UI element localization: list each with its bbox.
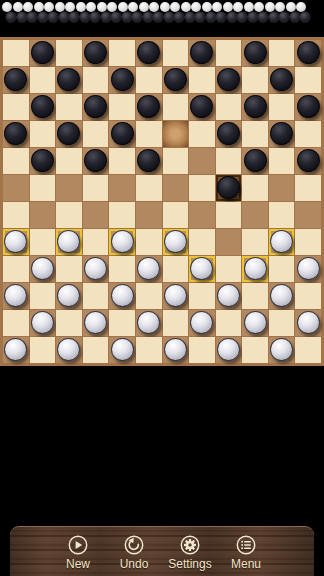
black-man-piece[interactable]: [244, 95, 267, 118]
black-tray-disc: [111, 12, 121, 22]
white-man-piece[interactable]: [217, 338, 240, 361]
square-r1c12[interactable]: [295, 40, 321, 66]
white-tray-disc: [128, 2, 138, 12]
black-man-piece[interactable]: [217, 176, 240, 199]
square-r4c3[interactable]: [56, 121, 82, 147]
white-man-piece[interactable]: [57, 284, 80, 307]
play-icon: [67, 534, 89, 556]
black-man-piece[interactable]: [297, 41, 320, 64]
undo-button[interactable]: Undo: [109, 530, 159, 574]
square-r8c10: [242, 229, 268, 255]
white-man-piece[interactable]: [297, 257, 320, 280]
new-game-button[interactable]: New: [53, 530, 103, 574]
white-tray-disc: [13, 2, 23, 12]
square-r10c9[interactable]: [216, 283, 242, 309]
black-man-piece[interactable]: [111, 122, 134, 145]
square-r6c3[interactable]: [56, 175, 82, 201]
square-r4c11[interactable]: [269, 121, 295, 147]
undo-label: Undo: [120, 558, 149, 570]
square-r7c8[interactable]: [189, 202, 215, 228]
white-tray-disc: [181, 2, 191, 12]
square-r9c10[interactable]: [242, 256, 268, 282]
white-tray-disc: [244, 2, 254, 12]
square-r2c12: [295, 67, 321, 93]
black-tray-disc: [132, 12, 142, 22]
square-r8c6: [136, 229, 162, 255]
square-r4c8: [189, 121, 215, 147]
square-r2c2: [30, 67, 56, 93]
white-man-piece[interactable]: [84, 257, 107, 280]
square-r2c7[interactable]: [163, 67, 189, 93]
square-r11c8[interactable]: [189, 310, 215, 336]
menu-label: Menu: [231, 558, 261, 570]
white-man-piece[interactable]: [164, 338, 187, 361]
square-r7c4[interactable]: [83, 202, 109, 228]
white-tray-disc: [170, 2, 180, 12]
square-r9c1: [3, 256, 29, 282]
black-tray-disc: [101, 12, 111, 22]
black-tray-disc: [227, 12, 237, 22]
square-r1c4[interactable]: [83, 40, 109, 66]
square-r6c10: [242, 175, 268, 201]
white-man-piece[interactable]: [270, 230, 293, 253]
white-man-piece[interactable]: [217, 284, 240, 307]
white-tray-disc: [286, 2, 296, 12]
square-r9c11: [269, 256, 295, 282]
square-r9c6[interactable]: [136, 256, 162, 282]
square-r5c11: [269, 148, 295, 174]
square-r7c1: [3, 202, 29, 228]
square-r12c1[interactable]: [3, 337, 29, 363]
black-tray-disc: [164, 12, 174, 22]
square-r8c7[interactable]: [163, 229, 189, 255]
square-r2c3[interactable]: [56, 67, 82, 93]
white-man-piece[interactable]: [297, 311, 320, 334]
white-tray-disc: [2, 2, 12, 12]
square-r6c1[interactable]: [3, 175, 29, 201]
white-tray-disc: [265, 2, 275, 12]
black-man-piece[interactable]: [31, 41, 54, 64]
black-man-piece[interactable]: [217, 122, 240, 145]
square-r8c8: [189, 229, 215, 255]
white-man-piece[interactable]: [111, 284, 134, 307]
black-man-piece[interactable]: [137, 41, 160, 64]
square-r8c9[interactable]: [216, 229, 242, 255]
square-r3c1: [3, 94, 29, 120]
square-r11c2[interactable]: [30, 310, 56, 336]
white-man-piece[interactable]: [57, 230, 80, 253]
square-r12c8: [189, 337, 215, 363]
square-r5c8[interactable]: [189, 148, 215, 174]
square-r12c5[interactable]: [109, 337, 135, 363]
square-r10c10: [242, 283, 268, 309]
square-r1c9: [216, 40, 242, 66]
square-r5c5: [109, 148, 135, 174]
black-tray-disc: [143, 12, 153, 22]
white-tray-disc: [97, 2, 107, 12]
square-r9c8[interactable]: [189, 256, 215, 282]
white-tray-disc: [107, 2, 117, 12]
black-tray-disc: [237, 12, 247, 22]
square-r2c11[interactable]: [269, 67, 295, 93]
square-r7c7: [163, 202, 189, 228]
square-r1c6[interactable]: [136, 40, 162, 66]
square-r4c9[interactable]: [216, 121, 242, 147]
square-r7c5: [109, 202, 135, 228]
square-r2c1[interactable]: [3, 67, 29, 93]
square-r5c7: [163, 148, 189, 174]
black-man-piece[interactable]: [57, 68, 80, 91]
white-man-piece[interactable]: [84, 311, 107, 334]
black-tray-disc: [59, 12, 69, 22]
white-tray-disc: [191, 2, 201, 12]
white-man-piece[interactable]: [137, 257, 160, 280]
white-tray-disc: [55, 2, 65, 12]
square-r10c4: [83, 283, 109, 309]
settings-label: Settings: [168, 558, 211, 570]
square-r3c12[interactable]: [295, 94, 321, 120]
square-r10c2: [30, 283, 56, 309]
square-r3c10[interactable]: [242, 94, 268, 120]
square-r11c7: [163, 310, 189, 336]
black-man-piece[interactable]: [137, 95, 160, 118]
square-r11c12[interactable]: [295, 310, 321, 336]
square-r10c7[interactable]: [163, 283, 189, 309]
square-r8c11[interactable]: [269, 229, 295, 255]
menu-list-icon: [235, 534, 257, 556]
white-man-piece[interactable]: [137, 311, 160, 334]
square-r12c3[interactable]: [56, 337, 82, 363]
square-r11c5: [109, 310, 135, 336]
black-man-piece[interactable]: [190, 41, 213, 64]
square-r4c7[interactable]: [163, 121, 189, 147]
white-man-piece[interactable]: [4, 284, 27, 307]
square-r11c6[interactable]: [136, 310, 162, 336]
white-man-piece[interactable]: [244, 311, 267, 334]
black-tray-disc: [38, 12, 48, 22]
black-man-piece[interactable]: [244, 41, 267, 64]
square-r1c10[interactable]: [242, 40, 268, 66]
square-r8c12: [295, 229, 321, 255]
square-r3c6[interactable]: [136, 94, 162, 120]
settings-button[interactable]: Settings: [165, 530, 215, 574]
square-r6c5[interactable]: [109, 175, 135, 201]
black-man-piece[interactable]: [217, 68, 240, 91]
black-man-piece[interactable]: [244, 149, 267, 172]
black-man-piece[interactable]: [270, 68, 293, 91]
square-r7c2[interactable]: [30, 202, 56, 228]
white-man-piece[interactable]: [270, 284, 293, 307]
square-r4c6: [136, 121, 162, 147]
black-man-piece[interactable]: [84, 41, 107, 64]
square-r12c2: [30, 337, 56, 363]
white-man-piece[interactable]: [57, 338, 80, 361]
black-man-piece[interactable]: [84, 149, 107, 172]
black-tray-disc: [185, 12, 195, 22]
white-man-piece[interactable]: [4, 338, 27, 361]
white-tray-disc: [254, 2, 264, 12]
black-man-piece[interactable]: [84, 95, 107, 118]
square-r8c3[interactable]: [56, 229, 82, 255]
square-r6c2: [30, 175, 56, 201]
black-tray-disc: [269, 12, 279, 22]
square-r5c2[interactable]: [30, 148, 56, 174]
black-man-piece[interactable]: [297, 149, 320, 172]
black-tray-disc: [258, 12, 268, 22]
square-r5c4[interactable]: [83, 148, 109, 174]
square-r7c11: [269, 202, 295, 228]
white-tray-disc: [118, 2, 128, 12]
white-tray-disc: [65, 2, 75, 12]
square-r3c8[interactable]: [189, 94, 215, 120]
white-man-piece[interactable]: [244, 257, 267, 280]
square-r5c10[interactable]: [242, 148, 268, 174]
square-r9c5: [109, 256, 135, 282]
black-tray-disc: [195, 12, 205, 22]
black-tray-disc: [6, 12, 16, 22]
square-r1c3: [56, 40, 82, 66]
square-r10c11[interactable]: [269, 283, 295, 309]
square-r2c9[interactable]: [216, 67, 242, 93]
square-r3c5: [109, 94, 135, 120]
square-r4c10: [242, 121, 268, 147]
square-r6c6: [136, 175, 162, 201]
white-tray-disc: [223, 2, 233, 12]
square-r9c4[interactable]: [83, 256, 109, 282]
white-tray-disc: [149, 2, 159, 12]
square-r12c7[interactable]: [163, 337, 189, 363]
black-tray-disc: [248, 12, 258, 22]
app-screen: New Undo: [0, 0, 324, 576]
white-man-piece[interactable]: [4, 230, 27, 253]
black-man-piece[interactable]: [57, 122, 80, 145]
black-tray-disc: [80, 12, 90, 22]
square-r6c12: [295, 175, 321, 201]
square-r2c4: [83, 67, 109, 93]
white-man-piece[interactable]: [190, 311, 213, 334]
white-man-piece[interactable]: [111, 230, 134, 253]
black-tray-disc: [206, 12, 216, 22]
white-man-piece[interactable]: [190, 257, 213, 280]
square-r4c1[interactable]: [3, 121, 29, 147]
white-tray-disc: [139, 2, 149, 12]
white-man-piece[interactable]: [31, 257, 54, 280]
black-tray-disc: [216, 12, 226, 22]
white-tray-disc: [202, 2, 212, 12]
black-man-piece[interactable]: [190, 95, 213, 118]
square-r8c4: [83, 229, 109, 255]
black-man-piece[interactable]: [111, 68, 134, 91]
white-man-piece[interactable]: [111, 338, 134, 361]
black-man-piece[interactable]: [164, 68, 187, 91]
square-r1c1: [3, 40, 29, 66]
square-r10c6: [136, 283, 162, 309]
white-tray-disc: [296, 2, 306, 12]
square-r10c12: [295, 283, 321, 309]
new-game-label: New: [66, 558, 90, 570]
black-man-piece[interactable]: [31, 149, 54, 172]
square-r11c10[interactable]: [242, 310, 268, 336]
square-r12c12: [295, 337, 321, 363]
square-r10c5[interactable]: [109, 283, 135, 309]
square-r7c6[interactable]: [136, 202, 162, 228]
white-tray-disc: [23, 2, 33, 12]
gear-icon: [179, 534, 201, 556]
square-r6c9[interactable]: [216, 175, 242, 201]
black-man-piece[interactable]: [31, 95, 54, 118]
square-r12c4: [83, 337, 109, 363]
square-r1c8[interactable]: [189, 40, 215, 66]
white-man-piece[interactable]: [164, 284, 187, 307]
white-man-piece[interactable]: [164, 230, 187, 253]
square-r2c5[interactable]: [109, 67, 135, 93]
square-r4c2: [30, 121, 56, 147]
square-r8c2: [30, 229, 56, 255]
white-tray-disc: [275, 2, 285, 12]
black-pieces-tray: [6, 12, 310, 22]
square-r4c12: [295, 121, 321, 147]
square-r6c4: [83, 175, 109, 201]
square-r1c11: [269, 40, 295, 66]
square-r7c12[interactable]: [295, 202, 321, 228]
square-r5c1: [3, 148, 29, 174]
white-tray-disc: [76, 2, 86, 12]
square-r9c3: [56, 256, 82, 282]
black-tray-disc: [290, 12, 300, 22]
square-r3c2[interactable]: [30, 94, 56, 120]
bottom-toolbar: New Undo: [10, 526, 314, 576]
square-r7c3: [56, 202, 82, 228]
square-r11c1: [3, 310, 29, 336]
square-r9c12[interactable]: [295, 256, 321, 282]
square-r4c5[interactable]: [109, 121, 135, 147]
black-tray-disc: [17, 12, 27, 22]
black-tray-disc: [300, 12, 310, 22]
square-r9c9: [216, 256, 242, 282]
square-r5c12[interactable]: [295, 148, 321, 174]
white-tray-disc: [86, 2, 96, 12]
square-r6c8: [189, 175, 215, 201]
white-tray-disc: [160, 2, 170, 12]
black-tray-disc: [69, 12, 79, 22]
menu-button[interactable]: Menu: [221, 530, 271, 574]
checkers-board[interactable]: [0, 37, 324, 366]
black-tray-disc: [174, 12, 184, 22]
black-man-piece[interactable]: [4, 122, 27, 145]
square-r11c9: [216, 310, 242, 336]
square-r5c3: [56, 148, 82, 174]
black-tray-disc: [90, 12, 100, 22]
square-r11c3: [56, 310, 82, 336]
square-r3c11: [269, 94, 295, 120]
undo-icon: [123, 534, 145, 556]
square-r12c9[interactable]: [216, 337, 242, 363]
white-tray-disc: [233, 2, 243, 12]
square-r12c6: [136, 337, 162, 363]
square-r3c3: [56, 94, 82, 120]
square-r10c1[interactable]: [3, 283, 29, 309]
square-r5c6[interactable]: [136, 148, 162, 174]
square-r7c9: [216, 202, 242, 228]
square-r3c9: [216, 94, 242, 120]
white-pieces-tray: [2, 2, 306, 12]
square-r2c8: [189, 67, 215, 93]
square-r4c4: [83, 121, 109, 147]
square-r7c10[interactable]: [242, 202, 268, 228]
square-r11c11: [269, 310, 295, 336]
black-tray-disc: [122, 12, 132, 22]
square-r6c7[interactable]: [163, 175, 189, 201]
black-man-piece[interactable]: [137, 149, 160, 172]
black-man-piece[interactable]: [297, 95, 320, 118]
black-tray-disc: [279, 12, 289, 22]
black-man-piece[interactable]: [4, 68, 27, 91]
square-r3c7: [163, 94, 189, 120]
black-tray-disc: [48, 12, 58, 22]
black-tray-disc: [27, 12, 37, 22]
square-r1c5: [109, 40, 135, 66]
white-tray-disc: [212, 2, 222, 12]
square-r8c1[interactable]: [3, 229, 29, 255]
white-tray-disc: [44, 2, 54, 12]
square-r1c7: [163, 40, 189, 66]
square-r10c3[interactable]: [56, 283, 82, 309]
square-r9c2[interactable]: [30, 256, 56, 282]
square-r12c10: [242, 337, 268, 363]
square-r8c5[interactable]: [109, 229, 135, 255]
white-man-piece[interactable]: [270, 338, 293, 361]
square-r2c10: [242, 67, 268, 93]
black-man-piece[interactable]: [270, 122, 293, 145]
white-tray-disc: [34, 2, 44, 12]
square-r5c9: [216, 148, 242, 174]
square-r2c6: [136, 67, 162, 93]
square-r9c7: [163, 256, 189, 282]
square-r11c4[interactable]: [83, 310, 109, 336]
square-r12c11[interactable]: [269, 337, 295, 363]
black-tray-disc: [153, 12, 163, 22]
square-r3c4[interactable]: [83, 94, 109, 120]
white-man-piece[interactable]: [31, 311, 54, 334]
square-r10c8: [189, 283, 215, 309]
square-r1c2[interactable]: [30, 40, 56, 66]
square-r6c11[interactable]: [269, 175, 295, 201]
